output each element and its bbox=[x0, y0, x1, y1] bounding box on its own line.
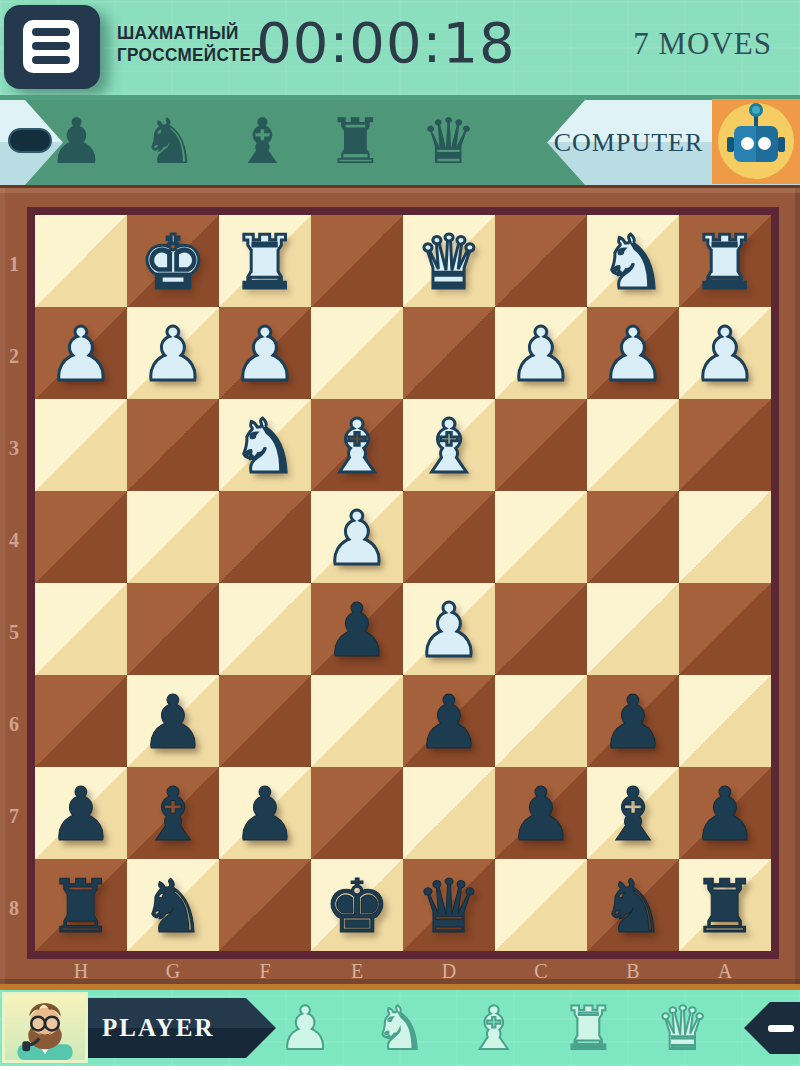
bishop-silhouette-icon: ♝ bbox=[467, 993, 521, 1063]
square-E4[interactable]: ♟ bbox=[311, 491, 403, 583]
piece-wP-F2[interactable]: ♟ bbox=[219, 307, 311, 399]
rank-label-7: 7 bbox=[0, 804, 28, 828]
file-label-E: E bbox=[311, 960, 403, 982]
app-title: ШАХМАТНЫЙ ГРОССМЕЙСТЕР bbox=[117, 22, 263, 66]
app-title-line2: ГРОССМЕЙСТЕР bbox=[117, 44, 263, 66]
player-name: PLAYER bbox=[88, 1014, 215, 1042]
piece-wB-E3[interactable]: ♝ bbox=[311, 399, 403, 491]
square-A8[interactable]: ♜ bbox=[679, 859, 771, 951]
piece-wP-B2[interactable]: ♟ bbox=[587, 307, 679, 399]
file-label-H: H bbox=[35, 960, 127, 982]
rank-label-5: 5 bbox=[0, 620, 28, 644]
square-C8[interactable] bbox=[495, 859, 587, 951]
robot-eye-right bbox=[758, 137, 771, 150]
piece-wN-B1[interactable]: ♞ bbox=[587, 215, 679, 307]
square-G8[interactable]: ♞ bbox=[127, 859, 219, 951]
square-C4[interactable] bbox=[495, 491, 587, 583]
piece-bP-C7[interactable]: ♟ bbox=[495, 767, 587, 859]
robot-ear-right bbox=[778, 137, 785, 152]
collapse-player-tray-button[interactable] bbox=[744, 1002, 800, 1054]
rank-label-2: 2 bbox=[0, 344, 28, 368]
piece-bN-G8[interactable]: ♞ bbox=[127, 859, 219, 951]
piece-bP-G6[interactable]: ♟ bbox=[127, 675, 219, 767]
board-grid: ♚♜♛♞♜♟♟♟♟♟♟♞♝♝♟♟♟♟♟♟♟♝♟♟♝♟♜♞♚♛♞♜ bbox=[35, 215, 771, 951]
square-E3[interactable]: ♝ bbox=[311, 399, 403, 491]
player-captured-tray: ♟♞♝♜♛ bbox=[258, 993, 730, 1063]
bishop-silhouette-icon: ♝ bbox=[234, 103, 290, 181]
piece-bB-G7[interactable]: ♝ bbox=[127, 767, 219, 859]
square-H7[interactable]: ♟ bbox=[35, 767, 127, 859]
robot-eye-left bbox=[741, 137, 754, 150]
square-C5[interactable] bbox=[495, 583, 587, 675]
robot-icon bbox=[734, 126, 778, 162]
square-E1[interactable] bbox=[311, 215, 403, 307]
square-B8[interactable]: ♞ bbox=[587, 859, 679, 951]
pawn-silhouette-icon: ♟ bbox=[278, 993, 332, 1063]
square-D5[interactable]: ♟ bbox=[403, 583, 495, 675]
square-F1[interactable]: ♜ bbox=[219, 215, 311, 307]
square-H6[interactable] bbox=[35, 675, 127, 767]
square-B1[interactable]: ♞ bbox=[587, 215, 679, 307]
square-D4[interactable] bbox=[403, 491, 495, 583]
piece-wR-F1[interactable]: ♜ bbox=[219, 215, 311, 307]
square-C3[interactable] bbox=[495, 399, 587, 491]
square-E2[interactable] bbox=[311, 307, 403, 399]
square-C6[interactable] bbox=[495, 675, 587, 767]
square-D3[interactable]: ♝ bbox=[403, 399, 495, 491]
square-A2[interactable]: ♟ bbox=[679, 307, 771, 399]
square-E6[interactable] bbox=[311, 675, 403, 767]
rook-silhouette-icon: ♜ bbox=[327, 103, 383, 181]
square-A7[interactable]: ♟ bbox=[679, 767, 771, 859]
square-B7[interactable]: ♝ bbox=[587, 767, 679, 859]
computer-captured-tray: ♟♞♝♜♛ bbox=[30, 102, 495, 182]
square-F7[interactable]: ♟ bbox=[219, 767, 311, 859]
piece-bP-E5[interactable]: ♟ bbox=[311, 583, 403, 675]
rank-label-8: 8 bbox=[0, 896, 28, 920]
menu-button[interactable] bbox=[4, 5, 100, 89]
square-F5[interactable] bbox=[219, 583, 311, 675]
piece-wP-H2[interactable]: ♟ bbox=[35, 307, 127, 399]
piece-wP-C2[interactable]: ♟ bbox=[495, 307, 587, 399]
square-H1[interactable] bbox=[35, 215, 127, 307]
square-A3[interactable] bbox=[679, 399, 771, 491]
hamburger-icon bbox=[23, 20, 79, 73]
piece-bK-E8[interactable]: ♚ bbox=[311, 859, 403, 951]
piece-bQ-D8[interactable]: ♛ bbox=[403, 859, 495, 951]
square-H3[interactable] bbox=[35, 399, 127, 491]
square-F6[interactable] bbox=[219, 675, 311, 767]
square-F4[interactable] bbox=[219, 491, 311, 583]
piece-bP-D6[interactable]: ♟ bbox=[403, 675, 495, 767]
piece-wP-G2[interactable]: ♟ bbox=[127, 307, 219, 399]
queen-silhouette-icon: ♛ bbox=[420, 103, 476, 181]
file-label-F: F bbox=[219, 960, 311, 982]
piece-bB-B7[interactable]: ♝ bbox=[587, 767, 679, 859]
piece-wB-D3[interactable]: ♝ bbox=[403, 399, 495, 491]
piece-wQ-D1[interactable]: ♛ bbox=[403, 215, 495, 307]
square-B2[interactable]: ♟ bbox=[587, 307, 679, 399]
robot-antenna-ball bbox=[749, 103, 763, 117]
file-label-A: A bbox=[679, 960, 771, 982]
square-D2[interactable] bbox=[403, 307, 495, 399]
square-C2[interactable]: ♟ bbox=[495, 307, 587, 399]
piece-wP-E4[interactable]: ♟ bbox=[311, 491, 403, 583]
piece-wK-G1[interactable]: ♚ bbox=[127, 215, 219, 307]
square-G2[interactable]: ♟ bbox=[127, 307, 219, 399]
square-D6[interactable]: ♟ bbox=[403, 675, 495, 767]
rank-label-1: 1 bbox=[0, 252, 28, 276]
file-label-G: G bbox=[127, 960, 219, 982]
computer-avatar bbox=[712, 99, 800, 184]
knight-silhouette-icon: ♞ bbox=[141, 103, 197, 181]
knight-silhouette-icon: ♞ bbox=[373, 993, 427, 1063]
square-E8[interactable]: ♚ bbox=[311, 859, 403, 951]
minus-icon bbox=[768, 1025, 794, 1032]
piece-bP-H7[interactable]: ♟ bbox=[35, 767, 127, 859]
square-A1[interactable]: ♜ bbox=[679, 215, 771, 307]
square-F2[interactable]: ♟ bbox=[219, 307, 311, 399]
move-counter: 7 MOVES bbox=[633, 26, 772, 62]
app-title-line1: ШАХМАТНЫЙ bbox=[117, 22, 263, 44]
player-bar: PLAYER ♟♞♝♜♛ bbox=[0, 990, 800, 1066]
player-avatar bbox=[2, 992, 88, 1063]
square-E5[interactable]: ♟ bbox=[311, 583, 403, 675]
robot-ear-left bbox=[727, 137, 734, 152]
piece-bP-F7[interactable]: ♟ bbox=[219, 767, 311, 859]
piece-wP-D5[interactable]: ♟ bbox=[403, 583, 495, 675]
square-G4[interactable] bbox=[127, 491, 219, 583]
square-B3[interactable] bbox=[587, 399, 679, 491]
rank-label-3: 3 bbox=[0, 436, 28, 460]
square-C7[interactable]: ♟ bbox=[495, 767, 587, 859]
file-label-C: C bbox=[495, 960, 587, 982]
rank-label-6: 6 bbox=[0, 712, 28, 736]
square-F8[interactable] bbox=[219, 859, 311, 951]
square-E7[interactable] bbox=[311, 767, 403, 859]
piece-bP-A7[interactable]: ♟ bbox=[679, 767, 771, 859]
square-D7[interactable] bbox=[403, 767, 495, 859]
file-label-B: B bbox=[587, 960, 679, 982]
square-G1[interactable]: ♚ bbox=[127, 215, 219, 307]
square-C1[interactable] bbox=[495, 215, 587, 307]
piece-bP-B6[interactable]: ♟ bbox=[587, 675, 679, 767]
square-B5[interactable] bbox=[587, 583, 679, 675]
computer-bar: ♟♞♝♜♛ COMPUTER bbox=[0, 100, 800, 185]
piece-wN-F3[interactable]: ♞ bbox=[219, 399, 311, 491]
square-H5[interactable] bbox=[35, 583, 127, 675]
square-G5[interactable] bbox=[127, 583, 219, 675]
square-H4[interactable] bbox=[35, 491, 127, 583]
square-A5[interactable] bbox=[679, 583, 771, 675]
square-B4[interactable] bbox=[587, 491, 679, 583]
collapse-computer-tray-button[interactable] bbox=[8, 128, 52, 153]
square-A6[interactable] bbox=[679, 675, 771, 767]
pawn-silhouette-icon: ♟ bbox=[48, 103, 104, 181]
player-avatar-illustration bbox=[5, 995, 85, 1060]
square-D1[interactable]: ♛ bbox=[403, 215, 495, 307]
piece-wR-A1[interactable]: ♜ bbox=[679, 215, 771, 307]
piece-bR-A8[interactable]: ♜ bbox=[679, 859, 771, 951]
file-label-D: D bbox=[403, 960, 495, 982]
player-name-banner: PLAYER bbox=[88, 998, 276, 1058]
rank-label-4: 4 bbox=[0, 528, 28, 552]
square-G6[interactable]: ♟ bbox=[127, 675, 219, 767]
computer-name: COMPUTER bbox=[554, 128, 704, 158]
piece-bR-H8[interactable]: ♜ bbox=[35, 859, 127, 951]
queen-silhouette-icon: ♛ bbox=[656, 993, 710, 1063]
game-timer: 00:00:18 bbox=[256, 10, 516, 75]
square-G3[interactable] bbox=[127, 399, 219, 491]
square-H2[interactable]: ♟ bbox=[35, 307, 127, 399]
piece-bN-B8[interactable]: ♞ bbox=[587, 859, 679, 951]
square-F3[interactable]: ♞ bbox=[219, 399, 311, 491]
square-A4[interactable] bbox=[679, 491, 771, 583]
square-G7[interactable]: ♝ bbox=[127, 767, 219, 859]
rook-silhouette-icon: ♜ bbox=[561, 993, 615, 1063]
square-H8[interactable]: ♜ bbox=[35, 859, 127, 951]
board-frame: ♚♜♛♞♜♟♟♟♟♟♟♞♝♝♟♟♟♟♟♟♟♝♟♟♝♟♜♞♚♛♞♜ 1234567… bbox=[0, 185, 800, 984]
header-bar: ШАХМАТНЫЙ ГРОССМЕЙСТЕР 00:00:18 7 MOVES bbox=[0, 0, 800, 95]
piece-wP-A2[interactable]: ♟ bbox=[679, 307, 771, 399]
square-D8[interactable]: ♛ bbox=[403, 859, 495, 951]
square-B6[interactable]: ♟ bbox=[587, 675, 679, 767]
computer-name-banner: COMPUTER bbox=[545, 100, 712, 185]
